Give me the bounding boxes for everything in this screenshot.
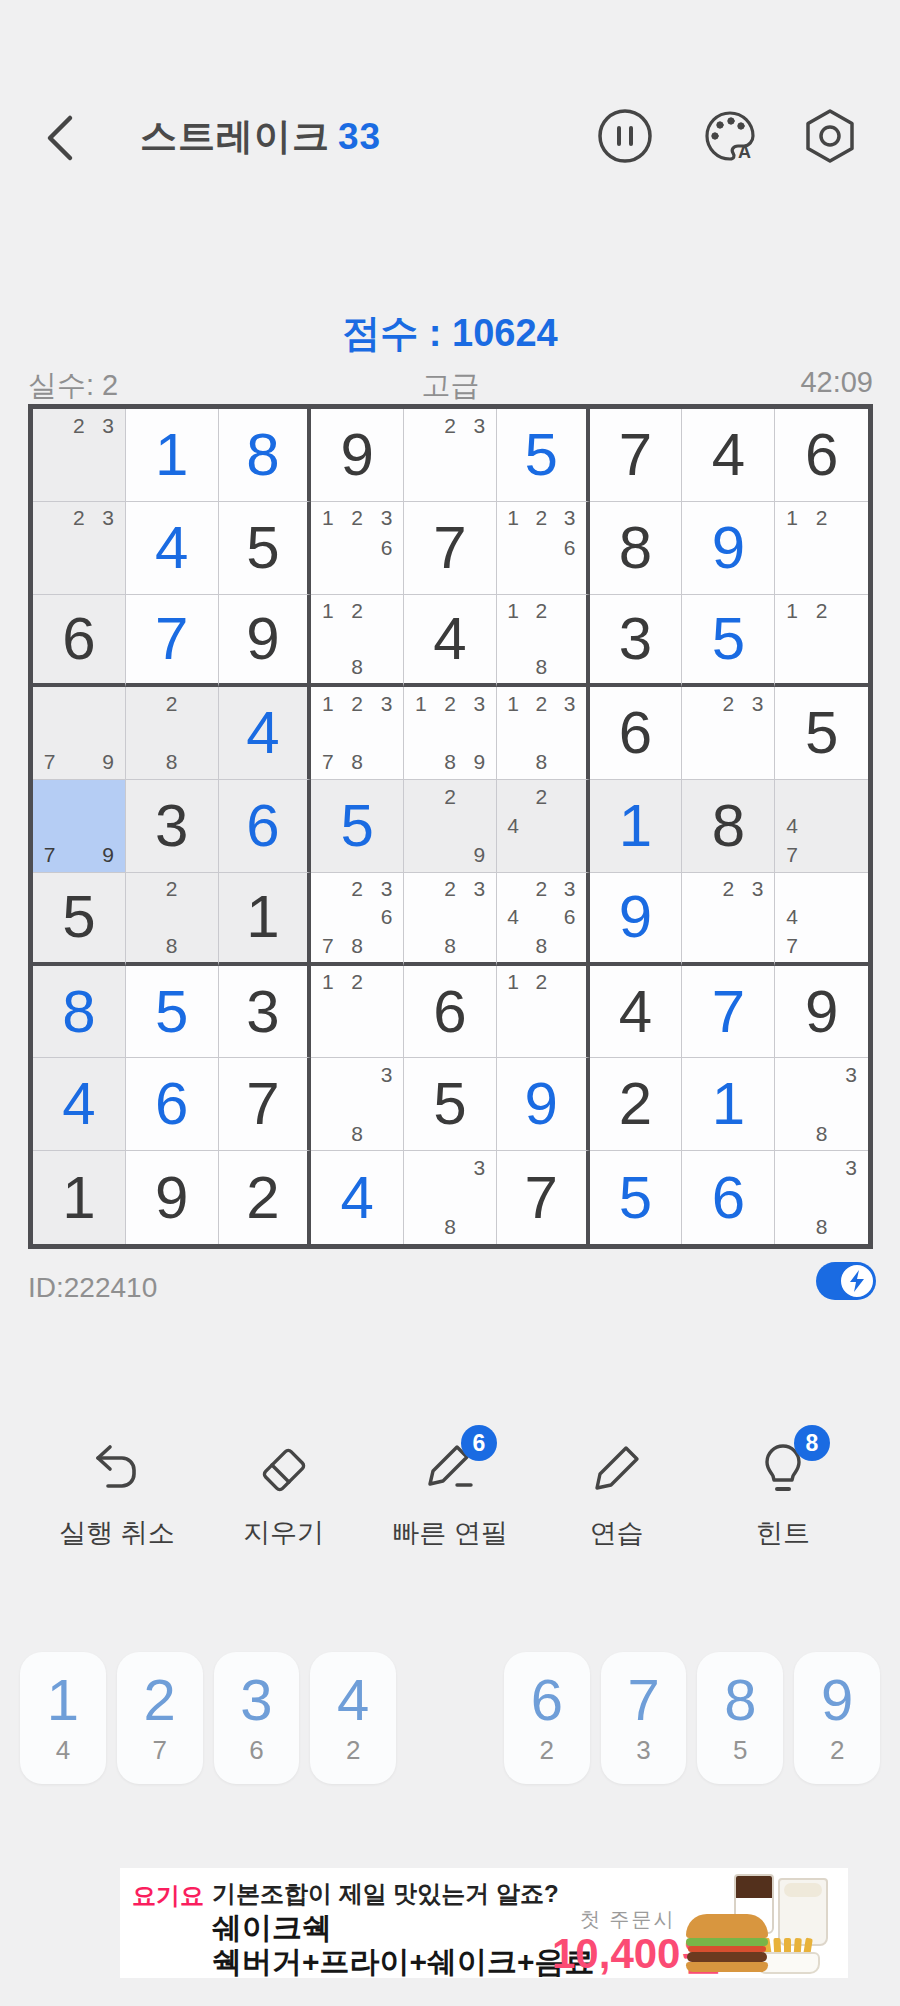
note-digit: 8 xyxy=(435,1212,464,1242)
entered-digit: 6 xyxy=(246,796,279,856)
sudoku-cell-r5c6[interactable]: 24 xyxy=(497,780,590,873)
sudoku-cell-r1c7[interactable]: 7 xyxy=(590,409,683,502)
entered-digit: 7 xyxy=(155,609,188,669)
sudoku-cell-r4c6[interactable]: 1238 xyxy=(497,687,590,780)
note-digit: 1 xyxy=(313,504,342,533)
given-digit: 3 xyxy=(155,796,188,856)
sudoku-cell-r3c4[interactable]: 128 xyxy=(311,595,404,688)
given-digit: 8 xyxy=(619,518,652,578)
numpad-key-1[interactable]: 14 xyxy=(20,1652,106,1784)
entered-digit: 1 xyxy=(712,1074,745,1134)
pencil-notes: 12 xyxy=(777,597,866,682)
sudoku-cell-r2c2[interactable]: 4 xyxy=(126,502,219,595)
sudoku-cell-r4c3[interactable]: 4 xyxy=(219,687,312,780)
undo-button[interactable]: 실행 취소 xyxy=(52,1425,182,1575)
given-digit: 8 xyxy=(712,796,745,856)
ad-headline: 기본조합이 제일 맛있는거 알죠? xyxy=(212,1878,559,1910)
sudoku-cell-r3c2[interactable]: 7 xyxy=(126,595,219,688)
note-digit: 3 xyxy=(465,1153,494,1183)
numpad-digit: 2 xyxy=(144,1670,176,1731)
note-digit: 2 xyxy=(343,504,372,533)
numpad-key-4[interactable]: 42 xyxy=(310,1652,396,1784)
sudoku-cell-r2c9[interactable]: 12 xyxy=(775,502,868,595)
entered-digit: 5 xyxy=(155,982,188,1042)
note-digit: 2 xyxy=(157,875,186,903)
sudoku-cell-r9c9[interactable]: 38 xyxy=(775,1151,868,1244)
difficulty-label: 고급 xyxy=(28,366,873,406)
sudoku-cell-r4c4[interactable]: 12378 xyxy=(311,687,404,780)
numpad-digit: 1 xyxy=(47,1670,79,1731)
given-digit: 5 xyxy=(246,518,279,578)
sudoku-cell-r9c7[interactable]: 5 xyxy=(590,1151,683,1244)
sudoku-cell-r4c1[interactable]: 79 xyxy=(33,687,126,780)
pencil-notes: 12378 xyxy=(313,689,401,777)
note-digit: 3 xyxy=(372,875,401,903)
entered-digit: 4 xyxy=(341,1168,374,1228)
sudoku-cell-r2c1[interactable]: 23 xyxy=(33,502,126,595)
numpad-digit: 4 xyxy=(337,1670,369,1731)
theme-button[interactable]: A xyxy=(700,106,760,166)
sudoku-cell-r4c2[interactable]: 28 xyxy=(126,687,219,780)
toggle-knob xyxy=(839,1263,875,1299)
pencil-icon xyxy=(586,1439,648,1501)
note-digit: 1 xyxy=(777,597,807,625)
pencil-notes: 12 xyxy=(313,968,401,1056)
note-digit: 3 xyxy=(372,689,401,718)
note-digit: 2 xyxy=(714,689,743,718)
pencil-notes: 79 xyxy=(35,782,123,870)
note-digit: 7 xyxy=(313,931,342,959)
sudoku-cell-r5c1[interactable]: 79 xyxy=(33,780,126,873)
pencil-notes: 28 xyxy=(128,875,216,960)
ad-product-combo: 쉑버거+프라이+쉐이크+음료 xyxy=(212,1942,595,1978)
note-digit: 1 xyxy=(499,968,527,997)
toolbar: 실행 취소 지우기 6 빠른 연필 연습 xyxy=(0,1425,900,1575)
entered-digit: 4 xyxy=(155,518,188,578)
sudoku-cell-r6c2[interactable]: 28 xyxy=(126,873,219,966)
sudoku-cell-r9c3[interactable]: 2 xyxy=(219,1151,312,1244)
sudoku-cell-r9c4[interactable]: 4 xyxy=(311,1151,404,1244)
given-digit: 2 xyxy=(619,1074,652,1134)
note-digit: 8 xyxy=(527,653,555,681)
sudoku-cell-r7c9[interactable]: 9 xyxy=(775,966,868,1059)
hint-badge: 8 xyxy=(794,1425,830,1461)
note-digit: 2 xyxy=(807,597,837,625)
title-text: 스트레이크 xyxy=(140,116,330,157)
pencil-notes: 238 xyxy=(406,875,494,960)
given-digit: 6 xyxy=(62,609,95,669)
number-pad: 1427364262738592 xyxy=(20,1652,880,1784)
note-digit: 3 xyxy=(836,1153,866,1183)
sudoku-cell-r5c3[interactable]: 6 xyxy=(219,780,312,873)
note-digit: 7 xyxy=(35,748,64,777)
sudoku-cell-r6c7[interactable]: 9 xyxy=(590,873,683,966)
note-digit: 3 xyxy=(836,1060,866,1089)
sudoku-cell-r3c1[interactable]: 6 xyxy=(33,595,126,688)
eraser-label: 지우기 xyxy=(243,1515,324,1551)
entered-digit: 6 xyxy=(155,1074,188,1134)
note-digit: 1 xyxy=(777,504,807,533)
hint-label: 힌트 xyxy=(756,1515,810,1551)
pencil-notes: 47 xyxy=(777,875,866,960)
back-chevron-icon xyxy=(38,110,86,166)
numpad-remaining-count: 2 xyxy=(830,1735,844,1766)
note-digit: 8 xyxy=(435,931,464,959)
numpad-digit: 8 xyxy=(724,1670,756,1731)
pencil-notes: 1236 xyxy=(313,504,401,592)
sudoku-cell-r6c6[interactable]: 23468 xyxy=(497,873,590,966)
entered-digit: 7 xyxy=(712,982,745,1042)
given-digit: 1 xyxy=(246,887,279,947)
note-digit: 2 xyxy=(527,875,555,903)
pencil-notes: 79 xyxy=(35,689,123,777)
entered-digit: 4 xyxy=(62,1074,95,1134)
given-digit: 9 xyxy=(805,982,838,1042)
ad-food-image xyxy=(684,1872,844,1974)
pencil-notes: 38 xyxy=(777,1060,866,1148)
note-digit: 2 xyxy=(64,411,93,440)
note-digit: 6 xyxy=(555,903,583,931)
note-digit: 1 xyxy=(313,968,342,997)
note-digit: 1 xyxy=(313,689,342,718)
sudoku-cell-r4c5[interactable]: 12389 xyxy=(404,687,497,780)
sudoku-board: 2318923574623451236712368912679128412835… xyxy=(28,404,873,1249)
quick-pencil-button[interactable]: 6 빠른 연필 xyxy=(385,1425,515,1575)
note-digit: 2 xyxy=(157,689,186,718)
sudoku-cell-r5c7[interactable]: 1 xyxy=(590,780,683,873)
entered-digit: 9 xyxy=(525,1074,558,1134)
puzzle-id: ID:222410 xyxy=(28,1272,157,1304)
sudoku-cell-r1c8[interactable]: 4 xyxy=(682,409,775,502)
sudoku-cell-r7c8[interactable]: 7 xyxy=(682,966,775,1059)
note-digit: 2 xyxy=(343,597,372,625)
svg-text:A: A xyxy=(738,142,751,162)
back-button[interactable] xyxy=(38,110,86,166)
sudoku-cell-r9c1[interactable]: 1 xyxy=(33,1151,126,1244)
sudoku-cell-r6c3[interactable]: 1 xyxy=(219,873,312,966)
note-digit: 2 xyxy=(527,782,555,811)
sudoku-cell-r5c4[interactable]: 5 xyxy=(311,780,404,873)
note-digit: 1 xyxy=(499,504,527,533)
note-digit: 8 xyxy=(435,748,464,777)
sudoku-cell-r4c8[interactable]: 23 xyxy=(682,687,775,780)
pencil-notes: 23 xyxy=(684,875,772,960)
shake-cup-graphic xyxy=(778,1878,828,1946)
entered-digit: 5 xyxy=(525,425,558,485)
note-digit: 6 xyxy=(555,533,583,562)
pencil-notes: 28 xyxy=(128,689,216,777)
sudoku-cell-r9c2[interactable]: 9 xyxy=(126,1151,219,1244)
sudoku-cell-r3c3[interactable]: 9 xyxy=(219,595,312,688)
entered-digit: 5 xyxy=(619,1168,652,1228)
note-digit: 7 xyxy=(777,931,807,959)
note-digit: 8 xyxy=(807,1212,837,1242)
sudoku-cell-r5c2[interactable]: 3 xyxy=(126,780,219,873)
sudoku-cell-r9c8[interactable]: 6 xyxy=(682,1151,775,1244)
sudoku-cell-r3c9[interactable]: 12 xyxy=(775,595,868,688)
pencil-notes: 23 xyxy=(684,689,772,777)
sudoku-cell-r2c3[interactable]: 5 xyxy=(219,502,312,595)
pencil-notes: 128 xyxy=(499,597,584,682)
note-digit: 2 xyxy=(714,875,743,903)
note-digit: 2 xyxy=(435,689,464,718)
pencil-notes: 23678 xyxy=(313,875,401,960)
palette-theme-icon: A xyxy=(700,106,760,166)
lightning-toggle[interactable] xyxy=(816,1262,876,1300)
sudoku-cell-r6c5[interactable]: 238 xyxy=(404,873,497,966)
sudoku-cell-r9c5[interactable]: 38 xyxy=(404,1151,497,1244)
note-digit: 9 xyxy=(465,748,494,777)
given-digit: 6 xyxy=(433,982,466,1042)
note-digit: 2 xyxy=(343,875,372,903)
note-digit: 3 xyxy=(465,689,494,718)
burger-graphic xyxy=(686,1914,768,1972)
given-digit: 5 xyxy=(62,887,95,947)
pencil-notes: 23 xyxy=(35,411,123,499)
given-digit: 6 xyxy=(619,703,652,763)
note-digit: 2 xyxy=(527,968,555,997)
sudoku-cell-r5c5[interactable]: 29 xyxy=(404,780,497,873)
entered-digit: 8 xyxy=(246,425,279,485)
note-digit: 8 xyxy=(807,1119,837,1148)
note-digit: 1 xyxy=(313,597,342,625)
sudoku-cell-r8c4[interactable]: 38 xyxy=(311,1058,404,1151)
hint-button[interactable]: 8 힌트 xyxy=(718,1425,848,1575)
given-digit: 9 xyxy=(246,609,279,669)
note-digit: 1 xyxy=(499,597,527,625)
numpad-key-7[interactable]: 73 xyxy=(601,1652,687,1784)
entered-digit: 1 xyxy=(619,796,652,856)
sudoku-cell-r9c6[interactable]: 7 xyxy=(497,1151,590,1244)
note-digit: 4 xyxy=(777,903,807,931)
note-digit: 3 xyxy=(743,689,772,718)
sudoku-cell-r8c7[interactable]: 2 xyxy=(590,1058,683,1151)
note-digit: 3 xyxy=(555,689,583,718)
sudoku-cell-r2c8[interactable]: 9 xyxy=(682,502,775,595)
sudoku-cell-r1c9[interactable]: 6 xyxy=(775,409,868,502)
entered-digit: 9 xyxy=(712,518,745,578)
sudoku-cell-r8c6[interactable]: 9 xyxy=(497,1058,590,1151)
sudoku-cell-r3c7[interactable]: 3 xyxy=(590,595,683,688)
lightning-bolt-icon xyxy=(847,1269,867,1293)
sudoku-cell-r8c2[interactable]: 6 xyxy=(126,1058,219,1151)
note-digit: 4 xyxy=(499,903,527,931)
pencil-notes: 24 xyxy=(499,782,584,870)
note-digit: 3 xyxy=(465,875,494,903)
practice-button[interactable]: 연습 xyxy=(552,1425,682,1575)
numpad-remaining-count: 5 xyxy=(733,1735,747,1766)
given-digit: 1 xyxy=(62,1168,95,1228)
pencil-notes: 23468 xyxy=(499,875,584,960)
note-digit: 2 xyxy=(807,504,837,533)
sudoku-cell-r1c6[interactable]: 5 xyxy=(497,409,590,502)
numpad-digit: 3 xyxy=(240,1670,272,1731)
sudoku-cell-r1c5[interactable]: 23 xyxy=(404,409,497,502)
sudoku-cell-r2c6[interactable]: 1236 xyxy=(497,502,590,595)
pencil-notes: 47 xyxy=(777,782,866,870)
pause-icon xyxy=(595,106,655,166)
score-text: 점수 : 10624 xyxy=(0,308,900,359)
quick-pencil-badge: 6 xyxy=(461,1425,497,1461)
sudoku-cell-r4c7[interactable]: 6 xyxy=(590,687,683,780)
sudoku-cell-r7c2[interactable]: 5 xyxy=(126,966,219,1059)
numpad-remaining-count: 2 xyxy=(346,1735,360,1766)
sudoku-cell-r2c5[interactable]: 7 xyxy=(404,502,497,595)
given-digit: 3 xyxy=(246,982,279,1042)
note-digit: 2 xyxy=(527,689,555,718)
numpad-remaining-count: 2 xyxy=(540,1735,554,1766)
note-digit: 1 xyxy=(499,689,527,718)
sudoku-cell-r6c4[interactable]: 23678 xyxy=(311,873,404,966)
given-digit: 7 xyxy=(525,1168,558,1228)
numpad-digit: 6 xyxy=(531,1670,563,1731)
note-digit: 3 xyxy=(555,504,583,533)
note-digit: 3 xyxy=(94,411,123,440)
numpad-key-8[interactable]: 85 xyxy=(697,1652,783,1784)
numpad-digit: 7 xyxy=(627,1670,659,1731)
note-digit: 8 xyxy=(343,931,372,959)
note-digit: 1 xyxy=(406,689,435,718)
sudoku-cell-r8c9[interactable]: 38 xyxy=(775,1058,868,1151)
numpad-remaining-count: 7 xyxy=(152,1735,166,1766)
sudoku-cell-r8c3[interactable]: 7 xyxy=(219,1058,312,1151)
note-digit: 3 xyxy=(465,411,494,440)
note-digit: 2 xyxy=(435,782,464,811)
note-digit: 6 xyxy=(372,533,401,562)
quick-pencil-label: 빠른 연필 xyxy=(392,1515,508,1551)
note-digit: 8 xyxy=(157,931,186,959)
note-digit: 2 xyxy=(343,689,372,718)
given-digit: 7 xyxy=(619,425,652,485)
numpad-empty-slot-5 xyxy=(407,1652,493,1784)
sudoku-cell-r8c8[interactable]: 1 xyxy=(682,1058,775,1151)
note-digit: 6 xyxy=(372,903,401,931)
sudoku-cell-r3c5[interactable]: 4 xyxy=(404,595,497,688)
pencil-notes: 38 xyxy=(406,1153,494,1242)
sudoku-cell-r7c3[interactable]: 3 xyxy=(219,966,312,1059)
pencil-notes: 38 xyxy=(777,1153,866,1242)
streak-number: 33 xyxy=(338,116,381,157)
note-digit: 3 xyxy=(94,504,123,533)
entered-digit: 9 xyxy=(619,887,652,947)
entered-digit: 6 xyxy=(712,1168,745,1228)
numpad-key-6[interactable]: 62 xyxy=(504,1652,590,1784)
entered-digit: 8 xyxy=(62,982,95,1042)
pencil-notes: 1238 xyxy=(499,689,584,777)
entered-digit: 4 xyxy=(246,703,279,763)
sudoku-cell-r2c7[interactable]: 8 xyxy=(590,502,683,595)
sudoku-cell-r8c5[interactable]: 5 xyxy=(404,1058,497,1151)
note-digit: 4 xyxy=(777,811,807,840)
sudoku-cell-r7c5[interactable]: 6 xyxy=(404,966,497,1059)
note-digit: 3 xyxy=(555,875,583,903)
settings-nut-icon xyxy=(800,106,860,166)
sudoku-cell-r7c4[interactable]: 12 xyxy=(311,966,404,1059)
note-digit: 3 xyxy=(372,1060,401,1089)
sudoku-cell-r1c3[interactable]: 8 xyxy=(219,409,312,502)
pause-button[interactable] xyxy=(595,106,655,166)
given-digit: 6 xyxy=(805,425,838,485)
sudoku-cell-r2c4[interactable]: 1236 xyxy=(311,502,404,595)
note-digit: 9 xyxy=(94,841,123,870)
eraser-icon xyxy=(253,1439,315,1501)
sudoku-cell-r6c1[interactable]: 5 xyxy=(33,873,126,966)
note-digit: 2 xyxy=(435,875,464,903)
sudoku-cell-r4c9[interactable]: 5 xyxy=(775,687,868,780)
given-digit: 2 xyxy=(246,1168,279,1228)
note-digit: 9 xyxy=(94,748,123,777)
note-digit: 9 xyxy=(465,841,494,870)
note-digit: 2 xyxy=(527,504,555,533)
sudoku-cell-r8c1[interactable]: 4 xyxy=(33,1058,126,1151)
pencil-notes: 23 xyxy=(406,411,494,499)
ad-banner[interactable]: 요기요 기본조합이 제일 맛있는거 알죠? 쉐이크쉑 쉑버거+프라이+쉐이크+음… xyxy=(120,1868,848,1978)
entered-digit: 1 xyxy=(155,425,188,485)
note-digit: 8 xyxy=(343,653,372,681)
sudoku-cell-r1c1[interactable]: 23 xyxy=(33,409,126,502)
entered-digit: 5 xyxy=(712,609,745,669)
sudoku-cell-r7c1[interactable]: 8 xyxy=(33,966,126,1059)
given-digit: 4 xyxy=(433,609,466,669)
sudoku-cell-r3c6[interactable]: 128 xyxy=(497,595,590,688)
given-digit: 4 xyxy=(712,425,745,485)
sudoku-cell-r6c8[interactable]: 23 xyxy=(682,873,775,966)
sudoku-cell-r5c9[interactable]: 47 xyxy=(775,780,868,873)
settings-button[interactable] xyxy=(800,106,860,166)
given-digit: 9 xyxy=(155,1168,188,1228)
pencil-notes: 128 xyxy=(313,597,401,682)
pencil-notes: 1236 xyxy=(499,504,584,592)
info-row: 실수: 2 고급 42:09 xyxy=(28,366,873,402)
given-digit: 5 xyxy=(805,703,838,763)
note-digit: 8 xyxy=(157,748,186,777)
numpad-key-9[interactable]: 92 xyxy=(794,1652,880,1784)
pencil-notes: 38 xyxy=(313,1060,401,1148)
numpad-remaining-count: 6 xyxy=(249,1735,263,1766)
given-digit: 7 xyxy=(433,518,466,578)
eraser-button[interactable]: 지우기 xyxy=(219,1425,349,1575)
given-digit: 3 xyxy=(619,609,652,669)
sudoku-app-screen: { "game": "sudoku", "position": "0189057… xyxy=(0,0,900,2006)
given-digit: 5 xyxy=(433,1074,466,1134)
sudoku-cell-r3c8[interactable]: 5 xyxy=(682,595,775,688)
numpad-digit: 9 xyxy=(821,1670,853,1731)
note-digit: 7 xyxy=(313,748,342,777)
sudoku-cell-r1c2[interactable]: 1 xyxy=(126,409,219,502)
note-digit: 7 xyxy=(35,841,64,870)
pencil-notes: 12 xyxy=(499,968,584,1056)
undo-label: 실행 취소 xyxy=(59,1515,175,1551)
note-digit: 2 xyxy=(527,597,555,625)
sudoku-cell-r1c4[interactable]: 9 xyxy=(311,409,404,502)
sudoku-cell-r6c9[interactable]: 47 xyxy=(775,873,868,966)
numpad-key-3[interactable]: 36 xyxy=(214,1652,300,1784)
sudoku-cell-r7c7[interactable]: 4 xyxy=(590,966,683,1059)
note-digit: 2 xyxy=(435,411,464,440)
note-digit: 7 xyxy=(777,841,807,870)
pencil-notes: 12389 xyxy=(406,689,494,777)
note-digit: 2 xyxy=(343,968,372,997)
numpad-key-2[interactable]: 27 xyxy=(117,1652,203,1784)
sudoku-cell-r7c6[interactable]: 12 xyxy=(497,966,590,1059)
note-digit: 3 xyxy=(743,875,772,903)
ad-brand-logo: 요기요 xyxy=(132,1880,204,1912)
top-bar: 스트레이크33 A xyxy=(0,100,900,180)
note-digit: 8 xyxy=(343,1119,372,1148)
sudoku-cell-r5c8[interactable]: 8 xyxy=(682,780,775,873)
note-digit: 4 xyxy=(499,811,527,840)
given-digit: 7 xyxy=(246,1074,279,1134)
